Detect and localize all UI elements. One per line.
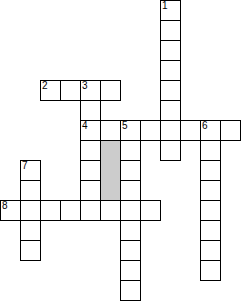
clue-number-1: 1 — [162, 1, 168, 11]
clue-number-8: 8 — [2, 201, 8, 211]
cell-r9c6[interactable] — [120, 180, 141, 201]
clue-number-7: 7 — [22, 161, 28, 171]
clue-number-6: 6 — [202, 121, 208, 131]
cell-r4c2[interactable]: 2 — [40, 80, 61, 101]
crossword-board: 12345678 — [0, 0, 241, 301]
cell-r9c10[interactable] — [200, 180, 221, 201]
cell-r10c1[interactable] — [20, 200, 41, 221]
cell-r6c10[interactable]: 6 — [200, 120, 221, 141]
cell-r14c6[interactable] — [120, 280, 141, 301]
cell-r12c6[interactable] — [120, 240, 141, 261]
cell-r6c6[interactable]: 5 — [120, 120, 141, 141]
shaded-block-0 — [100, 140, 121, 201]
cell-r1c8[interactable] — [160, 20, 181, 41]
cell-r2c8[interactable] — [160, 40, 181, 61]
clue-number-5: 5 — [122, 121, 128, 131]
cell-r6c11[interactable] — [220, 120, 241, 141]
cell-r0c8[interactable]: 1 — [160, 0, 181, 21]
cell-r10c5[interactable] — [100, 200, 121, 221]
cell-r4c8[interactable] — [160, 80, 181, 101]
clue-number-4: 4 — [82, 121, 88, 131]
cell-r7c10[interactable] — [200, 140, 221, 161]
cell-r10c4[interactable] — [80, 200, 101, 221]
cell-r11c6[interactable] — [120, 220, 141, 241]
cell-r13c6[interactable] — [120, 260, 141, 281]
cell-r5c8[interactable] — [160, 100, 181, 121]
cell-r6c8[interactable] — [160, 120, 181, 141]
cell-r10c2[interactable] — [40, 200, 61, 221]
cell-r10c6[interactable] — [120, 200, 141, 221]
cell-r10c0[interactable]: 8 — [0, 200, 21, 221]
cell-r13c10[interactable] — [200, 260, 221, 281]
clue-number-2: 2 — [42, 81, 48, 91]
cell-r4c5[interactable] — [100, 80, 121, 101]
cell-r11c10[interactable] — [200, 220, 221, 241]
cell-r8c6[interactable] — [120, 160, 141, 181]
cell-r4c4[interactable]: 3 — [80, 80, 101, 101]
cell-r4c3[interactable] — [60, 80, 81, 101]
cell-r9c1[interactable] — [20, 180, 41, 201]
cell-r8c4[interactable] — [80, 160, 101, 181]
cell-r8c1[interactable]: 7 — [20, 160, 41, 181]
cell-r9c4[interactable] — [80, 180, 101, 201]
cell-r7c4[interactable] — [80, 140, 101, 161]
cell-r10c3[interactable] — [60, 200, 81, 221]
cell-r7c6[interactable] — [120, 140, 141, 161]
cell-r6c5[interactable] — [100, 120, 121, 141]
cell-r11c1[interactable] — [20, 220, 41, 241]
cell-r12c10[interactable] — [200, 240, 221, 261]
cell-r3c8[interactable] — [160, 60, 181, 81]
cell-r12c1[interactable] — [20, 240, 41, 261]
cell-r6c9[interactable] — [180, 120, 201, 141]
clue-number-3: 3 — [82, 81, 88, 91]
cell-r7c8[interactable] — [160, 140, 181, 161]
cell-r8c10[interactable] — [200, 160, 221, 181]
cell-r10c10[interactable] — [200, 200, 221, 221]
cell-r6c4[interactable]: 4 — [80, 120, 101, 141]
cell-r5c4[interactable] — [80, 100, 101, 121]
cell-r10c7[interactable] — [140, 200, 161, 221]
cell-r6c7[interactable] — [140, 120, 161, 141]
